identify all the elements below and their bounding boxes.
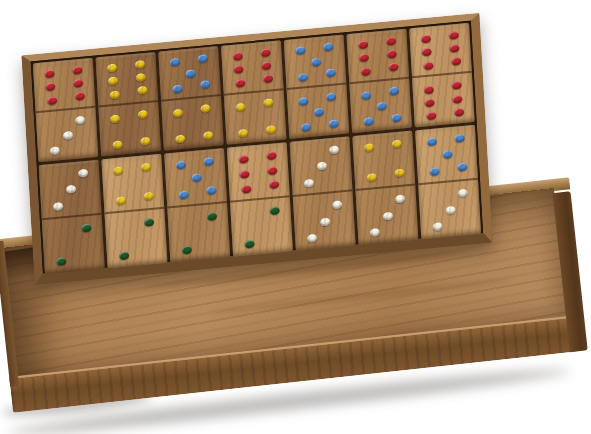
- pip-yellow: [394, 169, 404, 178]
- pip-green: [119, 252, 129, 261]
- domino-half-top: [39, 159, 102, 220]
- pip-yellow: [175, 135, 185, 144]
- domino-half-top: [409, 23, 472, 79]
- pip-yellow: [112, 141, 122, 150]
- pip-yellow: [143, 192, 153, 201]
- domino-half-bottom: [167, 203, 230, 262]
- domino-half-top: [290, 136, 353, 197]
- pip-red: [269, 180, 279, 189]
- pip-white: [307, 234, 317, 243]
- pip-yellow: [364, 143, 374, 152]
- domino-5-3[interactable]: [415, 125, 481, 240]
- pip-blue: [176, 161, 186, 170]
- pip-blue: [297, 73, 307, 82]
- pip-green: [82, 224, 92, 233]
- pip-blue: [310, 57, 320, 66]
- pip-white: [304, 179, 314, 188]
- pip-blue: [376, 102, 386, 111]
- pip-white: [458, 189, 468, 198]
- pip-red: [239, 169, 249, 178]
- pip-yellow: [140, 136, 150, 145]
- pip-red: [233, 52, 243, 61]
- domino-half-bottom: [293, 192, 356, 251]
- pip-red: [75, 92, 85, 101]
- pip-red: [360, 67, 370, 76]
- pip-red: [72, 65, 82, 74]
- pip-yellow: [203, 131, 213, 140]
- domino-3-2[interactable]: [39, 159, 105, 274]
- pip-red: [267, 166, 277, 175]
- domino-6-6[interactable]: [409, 23, 474, 127]
- pip-blue: [298, 97, 308, 106]
- pip-blue: [455, 133, 465, 142]
- pip-yellow: [109, 90, 119, 99]
- domino-half-bottom: [161, 97, 224, 151]
- pip-yellow: [137, 86, 147, 95]
- pip-red: [454, 107, 464, 116]
- pip-yellow: [366, 173, 376, 182]
- pip-blue: [198, 54, 208, 63]
- pip-white: [49, 146, 59, 155]
- pip-white: [62, 131, 72, 140]
- pip-blue: [185, 69, 195, 78]
- pip-green: [181, 246, 191, 255]
- pip-red: [44, 69, 54, 78]
- domino-half-top: [415, 125, 478, 186]
- pip-blue: [200, 80, 210, 89]
- pip-blue: [170, 58, 180, 67]
- domino-half-top: [352, 130, 415, 191]
- pip-white: [320, 217, 330, 226]
- pip-red: [267, 151, 277, 160]
- domino-half-bottom: [349, 79, 412, 133]
- domino-5-5[interactable]: [284, 35, 349, 139]
- domino-half-top: [158, 46, 221, 102]
- domino-half-bottom: [412, 73, 475, 127]
- pip-green: [56, 257, 66, 266]
- pip-red: [388, 63, 398, 72]
- pip-yellow: [115, 196, 125, 205]
- pip-yellow: [173, 108, 183, 117]
- pip-white: [316, 162, 326, 171]
- domino-half-top: [227, 142, 290, 203]
- wood-grain-streak: [211, 277, 515, 316]
- scene: [0, 0, 591, 434]
- pip-blue: [191, 173, 201, 182]
- pip-red: [73, 79, 83, 88]
- domino-4-3[interactable]: [352, 130, 418, 245]
- pip-red: [387, 50, 397, 59]
- pip-green: [270, 206, 280, 215]
- domino-half-bottom: [98, 102, 161, 156]
- pip-yellow: [201, 104, 211, 113]
- pip-blue: [363, 117, 373, 126]
- domino-6-4[interactable]: [221, 40, 286, 144]
- pip-white: [53, 202, 63, 211]
- pip-white: [332, 200, 342, 209]
- pip-green: [207, 212, 217, 221]
- pip-blue: [206, 186, 216, 195]
- pip-blue: [204, 157, 214, 166]
- pip-blue: [427, 138, 437, 147]
- pip-blue: [328, 119, 338, 128]
- pip-blue: [295, 46, 305, 55]
- pip-red: [263, 74, 273, 83]
- pip-red: [358, 40, 368, 49]
- domino-6-3[interactable]: [33, 58, 98, 162]
- pip-red: [235, 79, 245, 88]
- pip-green: [244, 240, 254, 249]
- pip-white: [382, 211, 392, 220]
- domino-half-bottom: [224, 91, 287, 145]
- pip-blue: [178, 190, 188, 199]
- domino-4-2[interactable]: [101, 154, 167, 269]
- pip-red: [424, 85, 434, 94]
- pip-blue: [389, 87, 399, 96]
- domino-half-top: [284, 35, 347, 91]
- pip-white: [395, 195, 405, 204]
- pip-red: [241, 184, 251, 193]
- domino-6-4[interactable]: [96, 52, 161, 156]
- domino-half-top: [96, 52, 159, 108]
- domino-half-top: [164, 148, 227, 209]
- pip-white: [329, 145, 339, 154]
- pip-red: [426, 111, 436, 120]
- domino-half-bottom: [42, 215, 105, 274]
- domino-half-bottom: [356, 186, 419, 245]
- pip-blue: [442, 150, 452, 159]
- pip-yellow: [136, 73, 146, 82]
- pip-red: [45, 83, 55, 92]
- pip-blue: [361, 91, 371, 100]
- pip-yellow: [113, 167, 123, 176]
- domino-half-bottom: [230, 198, 293, 257]
- pip-yellow: [236, 102, 246, 111]
- pip-blue: [429, 167, 439, 176]
- domino-5-2[interactable]: [164, 148, 230, 263]
- pip-blue: [457, 163, 467, 172]
- pip-red: [233, 65, 243, 74]
- domino-6-5[interactable]: [346, 29, 411, 133]
- pip-white: [445, 206, 455, 215]
- pip-red: [359, 53, 369, 62]
- domino-half-bottom: [36, 108, 99, 162]
- pip-yellow: [392, 139, 402, 148]
- pip-yellow: [135, 60, 145, 69]
- pip-red: [239, 155, 249, 164]
- pip-red: [451, 57, 461, 66]
- domino-6-2[interactable]: [227, 142, 293, 257]
- pip-yellow: [138, 110, 148, 119]
- pip-red: [423, 61, 433, 70]
- pip-yellow: [266, 125, 276, 134]
- pip-blue: [300, 123, 310, 132]
- pip-red: [449, 30, 459, 39]
- pip-white: [66, 185, 76, 194]
- domino-grid: [31, 21, 483, 274]
- pip-red: [450, 44, 460, 53]
- domino-3-3[interactable]: [290, 136, 356, 251]
- domino-half-top: [101, 154, 164, 215]
- pip-yellow: [141, 162, 151, 171]
- pip-yellow: [107, 64, 117, 73]
- pip-yellow: [108, 77, 118, 86]
- pip-yellow: [238, 129, 248, 138]
- pip-red: [452, 81, 462, 90]
- pip-white: [432, 222, 442, 231]
- pip-white: [78, 168, 88, 177]
- pip-blue: [325, 69, 335, 78]
- pip-blue: [326, 92, 336, 101]
- pip-green: [144, 218, 154, 227]
- pip-white: [370, 228, 380, 237]
- pip-yellow: [264, 98, 274, 107]
- pip-blue: [323, 42, 333, 51]
- pip-red: [424, 98, 434, 107]
- pip-red: [386, 36, 396, 45]
- domino-half-top: [33, 58, 96, 114]
- pip-blue: [391, 113, 401, 122]
- domino-half-top: [346, 29, 409, 85]
- domino-half-bottom: [105, 209, 168, 268]
- pip-red: [422, 48, 432, 57]
- pip-red: [421, 35, 431, 44]
- pip-red: [47, 96, 57, 105]
- pip-blue: [313, 108, 323, 117]
- domino-5-4[interactable]: [158, 46, 223, 150]
- domino-half-top: [221, 40, 284, 96]
- domino-lid-tray: [21, 13, 492, 285]
- pip-yellow: [110, 114, 120, 123]
- pip-red: [261, 48, 271, 57]
- domino-half-bottom: [418, 180, 481, 239]
- pip-white: [75, 116, 85, 125]
- pip-blue: [172, 84, 182, 93]
- pip-red: [453, 94, 463, 103]
- pip-red: [261, 62, 271, 71]
- domino-half-bottom: [287, 85, 350, 139]
